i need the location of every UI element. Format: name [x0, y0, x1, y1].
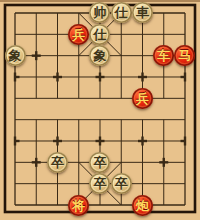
- piece-red-general[interactable]: 将: [68, 195, 89, 216]
- piece-red-soldier[interactable]: 兵: [132, 88, 153, 109]
- piece-gold-soldier[interactable]: 卒: [89, 152, 110, 173]
- piece-gold-soldier[interactable]: 卒: [89, 173, 110, 194]
- piece-gold-soldier[interactable]: 卒: [111, 173, 132, 194]
- xiangqi-board: 帅仕車仕象象卒卒卒卒兵车马兵将炮: [0, 0, 200, 220]
- piece-red-chariot[interactable]: 车: [153, 45, 174, 66]
- piece-gold-advisor[interactable]: 仕: [89, 24, 110, 45]
- piece-gold-advisor[interactable]: 仕: [111, 2, 132, 23]
- piece-gold-soldier[interactable]: 卒: [47, 152, 68, 173]
- piece-gold-elephant[interactable]: 象: [89, 45, 110, 66]
- board-grid[interactable]: 帅仕車仕象象卒卒卒卒兵车马兵将炮: [4, 2, 195, 215]
- piece-gold-elephant[interactable]: 象: [5, 45, 26, 66]
- piece-red-soldier[interactable]: 兵: [68, 24, 89, 45]
- piece-red-cannon[interactable]: 炮: [132, 195, 153, 216]
- piece-gold-chariot[interactable]: 車: [132, 2, 153, 23]
- piece-gold-general[interactable]: 帅: [89, 2, 110, 23]
- piece-red-horse[interactable]: 马: [174, 45, 195, 66]
